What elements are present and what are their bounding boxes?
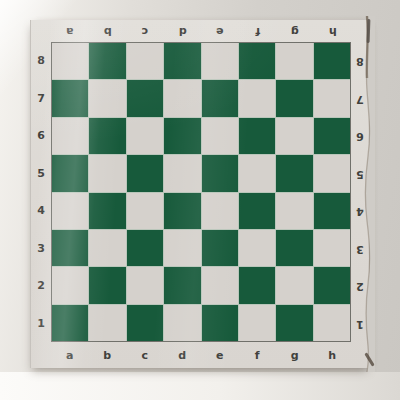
file-label-bottom-b: b xyxy=(89,346,127,366)
square-a2 xyxy=(52,267,88,303)
file-label-bottom-a: a xyxy=(51,346,89,366)
file-label-top-a: a xyxy=(51,21,89,41)
square-g5 xyxy=(276,155,312,191)
square-h4 xyxy=(314,193,350,229)
square-b8 xyxy=(89,43,125,79)
square-g8 xyxy=(276,43,312,79)
rank-label-left-2: 2 xyxy=(31,267,51,305)
square-a3 xyxy=(52,230,88,266)
file-label-bottom-g: g xyxy=(276,346,314,366)
square-d6 xyxy=(164,118,200,154)
square-b7 xyxy=(89,80,125,116)
square-d4 xyxy=(164,193,200,229)
square-a1 xyxy=(52,305,88,341)
file-label-top-g: g xyxy=(276,21,314,41)
square-g6 xyxy=(276,118,312,154)
square-a6 xyxy=(52,118,88,154)
file-label-bottom-e: e xyxy=(201,346,239,366)
square-d8 xyxy=(164,43,200,79)
square-g7 xyxy=(276,80,312,116)
square-d1 xyxy=(164,305,200,341)
square-e2 xyxy=(202,267,238,303)
file-label-top-f: f xyxy=(239,21,277,41)
square-h1 xyxy=(314,305,350,341)
rank-label-left-5: 5 xyxy=(31,155,51,193)
file-label-top-d: d xyxy=(164,21,202,41)
square-c7 xyxy=(127,80,163,116)
file-label-top-h: h xyxy=(314,21,352,41)
square-g4 xyxy=(276,193,312,229)
square-f3 xyxy=(239,230,275,266)
square-b4 xyxy=(89,193,125,229)
file-label-bottom-d: d xyxy=(164,346,202,366)
square-c1 xyxy=(127,305,163,341)
square-f1 xyxy=(239,305,275,341)
square-h5 xyxy=(314,155,350,191)
table-surface-highlight xyxy=(0,372,400,400)
square-f5 xyxy=(239,155,275,191)
square-g1 xyxy=(276,305,312,341)
square-c6 xyxy=(127,118,163,154)
rank-label-left-8: 8 xyxy=(31,42,51,80)
square-e4 xyxy=(202,193,238,229)
square-a8 xyxy=(52,43,88,79)
square-c2 xyxy=(127,267,163,303)
square-b2 xyxy=(89,267,125,303)
square-e6 xyxy=(202,118,238,154)
square-e7 xyxy=(202,80,238,116)
square-h6 xyxy=(314,118,350,154)
square-b1 xyxy=(89,305,125,341)
rank-label-left-7: 7 xyxy=(31,80,51,118)
file-label-bottom-c: c xyxy=(126,346,164,366)
square-f4 xyxy=(239,193,275,229)
photo-scene: abcdefgh 87654321 87654321 abcdefgh xyxy=(0,0,400,400)
square-h2 xyxy=(314,267,350,303)
square-g2 xyxy=(276,267,312,303)
file-label-top-c: c xyxy=(126,21,164,41)
square-a4 xyxy=(52,193,88,229)
board-right-wavy-edge xyxy=(361,16,375,372)
square-a7 xyxy=(52,80,88,116)
file-label-top-e: e xyxy=(201,21,239,41)
square-h3 xyxy=(314,230,350,266)
square-d3 xyxy=(164,230,200,266)
file-labels-bottom: abcdefgh xyxy=(51,346,351,366)
file-labels-top: abcdefgh xyxy=(51,21,351,41)
file-label-bottom-h: h xyxy=(314,346,352,366)
square-d2 xyxy=(164,267,200,303)
rank-label-left-4: 4 xyxy=(31,192,51,230)
square-c5 xyxy=(127,155,163,191)
square-d7 xyxy=(164,80,200,116)
square-g3 xyxy=(276,230,312,266)
square-d5 xyxy=(164,155,200,191)
file-label-bottom-f: f xyxy=(239,346,277,366)
square-e1 xyxy=(202,305,238,341)
square-f8 xyxy=(239,43,275,79)
square-e3 xyxy=(202,230,238,266)
square-e5 xyxy=(202,155,238,191)
square-f7 xyxy=(239,80,275,116)
rank-label-left-1: 1 xyxy=(31,305,51,343)
square-b3 xyxy=(89,230,125,266)
square-e8 xyxy=(202,43,238,79)
rank-label-left-3: 3 xyxy=(31,230,51,268)
square-b5 xyxy=(89,155,125,191)
square-h7 xyxy=(314,80,350,116)
square-a5 xyxy=(52,155,88,191)
chess-board-grid xyxy=(51,42,351,342)
file-label-top-b: b xyxy=(89,21,127,41)
square-h8 xyxy=(314,43,350,79)
square-f6 xyxy=(239,118,275,154)
rank-labels-left: 87654321 xyxy=(31,42,51,342)
square-b6 xyxy=(89,118,125,154)
square-c4 xyxy=(127,193,163,229)
square-f2 xyxy=(239,267,275,303)
chess-board: abcdefgh 87654321 87654321 abcdefgh xyxy=(30,20,369,368)
square-c3 xyxy=(127,230,163,266)
square-c8 xyxy=(127,43,163,79)
rank-label-left-6: 6 xyxy=(31,117,51,155)
